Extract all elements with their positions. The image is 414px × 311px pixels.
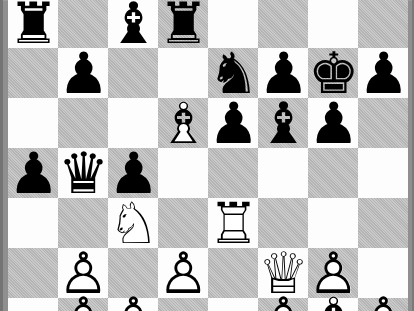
black-queen-icon: ♛ (58, 148, 108, 198)
white-pawn-icon: ♟♙ (358, 298, 408, 311)
piece-glyph-outline: ♘ (108, 198, 158, 248)
piece-glyph-fill: ♟ (158, 248, 208, 298)
piece-glyph-solid: ♟ (308, 98, 358, 148)
square-e7[interactable]: ♞ (208, 48, 258, 98)
square-e4[interactable]: ♜♖ (208, 198, 258, 248)
black-pawn-icon: ♟ (358, 48, 408, 98)
black-rook-icon: ♜ (8, 0, 58, 48)
black-pawn-icon: ♟ (58, 48, 108, 98)
piece-glyph-outline: ♗ (158, 98, 208, 148)
black-pawn-icon: ♟ (258, 48, 308, 98)
chess-board: ♜♝♜♟♞♟♚♟♝♗♟♝♟♟♛♟♞♘♜♖♟♙♟♙♛♕♟♙♟♙♟♙♟♙♝♗♟♙ (8, 0, 408, 311)
piece-glyph-outline: ♙ (308, 248, 358, 298)
square-b8[interactable] (58, 0, 108, 48)
black-pawn-icon: ♟ (308, 98, 358, 148)
square-h3[interactable] (358, 248, 408, 298)
square-e6[interactable]: ♟ (208, 98, 258, 148)
piece-glyph-solid: ♝ (108, 0, 158, 48)
square-b6[interactable] (58, 98, 108, 148)
white-pawn-icon: ♟♙ (258, 298, 308, 311)
square-e3[interactable] (208, 248, 258, 298)
black-pawn-icon: ♟ (8, 148, 58, 198)
piece-glyph-outline: ♖ (208, 198, 258, 248)
piece-glyph-solid: ♟ (58, 48, 108, 98)
square-f4[interactable] (258, 198, 308, 248)
piece-glyph-fill: ♟ (308, 248, 358, 298)
black-king-icon: ♚ (308, 48, 358, 98)
square-b5[interactable]: ♛ (58, 148, 108, 198)
square-c2[interactable]: ♟♙ (108, 298, 158, 311)
piece-glyph-solid: ♟ (208, 98, 258, 148)
square-b4[interactable] (58, 198, 108, 248)
piece-glyph-outline: ♙ (58, 248, 108, 298)
square-d3[interactable]: ♟♙ (158, 248, 208, 298)
square-f2[interactable]: ♟♙ (258, 298, 308, 311)
square-g8[interactable] (308, 0, 358, 48)
square-d5[interactable] (158, 148, 208, 198)
square-d4[interactable] (158, 198, 208, 248)
square-f5[interactable] (258, 148, 308, 198)
piece-glyph-fill: ♞ (108, 198, 158, 248)
piece-glyph-solid: ♟ (108, 148, 158, 198)
square-g7[interactable]: ♚ (308, 48, 358, 98)
piece-glyph-outline: ♕ (258, 248, 308, 298)
square-g5[interactable] (308, 148, 358, 198)
square-h8[interactable] (358, 0, 408, 48)
white-pawn-icon: ♟♙ (58, 298, 108, 311)
white-queen-icon: ♛♕ (258, 248, 308, 298)
black-knight-icon: ♞ (208, 48, 258, 98)
square-d2[interactable] (158, 298, 208, 311)
square-c3[interactable] (108, 248, 158, 298)
square-a2[interactable] (8, 298, 58, 311)
square-f7[interactable]: ♟ (258, 48, 308, 98)
black-pawn-icon: ♟ (108, 148, 158, 198)
square-e5[interactable] (208, 148, 258, 198)
square-a4[interactable] (8, 198, 58, 248)
piece-glyph-outline: ♙ (158, 248, 208, 298)
square-h2[interactable]: ♟♙ (358, 298, 408, 311)
white-pawn-icon: ♟♙ (108, 298, 158, 311)
square-g6[interactable]: ♟ (308, 98, 358, 148)
square-f6[interactable]: ♝ (258, 98, 308, 148)
piece-glyph-solid: ♟ (258, 48, 308, 98)
square-a6[interactable] (8, 98, 58, 148)
black-rook-icon: ♜ (158, 0, 208, 48)
piece-glyph-fill: ♛ (258, 248, 308, 298)
white-pawn-icon: ♟♙ (158, 248, 208, 298)
square-d8[interactable]: ♜ (158, 0, 208, 48)
white-knight-icon: ♞♘ (108, 198, 158, 248)
square-e2[interactable] (208, 298, 258, 311)
square-h6[interactable] (358, 98, 408, 148)
piece-glyph-solid: ♞ (208, 48, 258, 98)
square-c5[interactable]: ♟ (108, 148, 158, 198)
square-b2[interactable]: ♟♙ (58, 298, 108, 311)
piece-glyph-fill: ♝ (158, 98, 208, 148)
piece-glyph-solid: ♜ (8, 0, 58, 48)
black-bishop-icon: ♝ (108, 0, 158, 48)
square-f8[interactable] (258, 0, 308, 48)
square-d7[interactable] (158, 48, 208, 98)
black-pawn-icon: ♟ (208, 98, 258, 148)
piece-glyph-solid: ♟ (358, 48, 408, 98)
square-c8[interactable]: ♝ (108, 0, 158, 48)
square-f3[interactable]: ♛♕ (258, 248, 308, 298)
piece-glyph-fill: ♟ (58, 248, 108, 298)
white-bishop-icon: ♝♗ (158, 98, 208, 148)
square-b7[interactable]: ♟ (58, 48, 108, 98)
square-h4[interactable] (358, 198, 408, 248)
square-c7[interactable] (108, 48, 158, 98)
square-a5[interactable]: ♟ (8, 148, 58, 198)
square-d6[interactable]: ♝♗ (158, 98, 208, 148)
square-c4[interactable]: ♞♘ (108, 198, 158, 248)
square-b3[interactable]: ♟♙ (58, 248, 108, 298)
square-h5[interactable] (358, 148, 408, 198)
piece-glyph-solid: ♝ (258, 98, 308, 148)
white-pawn-icon: ♟♙ (58, 248, 108, 298)
square-g2[interactable]: ♝♗ (308, 298, 358, 311)
piece-glyph-solid: ♛ (58, 148, 108, 198)
white-pawn-icon: ♟♙ (308, 248, 358, 298)
chess-diagram: ♜♝♜♟♞♟♚♟♝♗♟♝♟♟♛♟♞♘♜♖♟♙♟♙♛♕♟♙♟♙♟♙♟♙♝♗♟♙ (0, 0, 414, 311)
square-c6[interactable] (108, 98, 158, 148)
square-h7[interactable]: ♟ (358, 48, 408, 98)
piece-glyph-solid: ♟ (8, 148, 58, 198)
square-a7[interactable] (8, 48, 58, 98)
square-a3[interactable] (8, 248, 58, 298)
square-a8[interactable]: ♜ (8, 0, 58, 48)
square-g3[interactable]: ♟♙ (308, 248, 358, 298)
piece-glyph-fill: ♜ (208, 198, 258, 248)
black-bishop-icon: ♝ (258, 98, 308, 148)
piece-glyph-solid: ♜ (158, 0, 208, 48)
square-g4[interactable] (308, 198, 358, 248)
white-bishop-icon: ♝♗ (308, 298, 358, 311)
piece-glyph-solid: ♚ (308, 48, 358, 98)
square-e8[interactable] (208, 0, 258, 48)
white-rook-icon: ♜♖ (208, 198, 258, 248)
